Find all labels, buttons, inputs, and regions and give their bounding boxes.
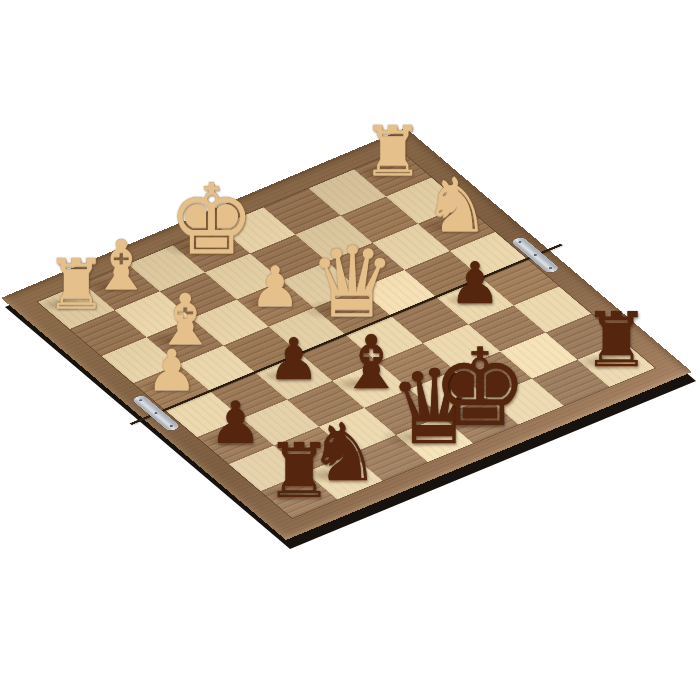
piece-white-rook-h1[interactable]: ♜ [46, 251, 107, 319]
piece-white-pawn-h4[interactable]: ♟ [146, 342, 197, 399]
piece-white-knight-a3[interactable]: ♞ [423, 168, 490, 242]
piece-black-pawn-h6[interactable]: ♟ [209, 395, 261, 453]
piece-white-king-e1[interactable]: ♚ [168, 172, 255, 269]
piece-black-pawn-f5[interactable]: ♟ [268, 331, 319, 388]
piece-white-queen-d4[interactable]: ♛ [309, 234, 396, 331]
piece-black-rook-a8[interactable]: ♜ [582, 303, 650, 379]
piece-white-pawn-e3[interactable]: ♟ [250, 259, 300, 315]
piece-black-king-d8[interactable]: ♚ [432, 334, 528, 441]
chess-board-photo: ♜♝♚♜♝♟♞♟♛♟♟♟♝♜♞♛♚♜ [0, 0, 700, 700]
piece-white-rook-a1[interactable]: ♜ [362, 119, 423, 187]
piece-black-knight-g8[interactable]: ♞ [308, 413, 380, 493]
piece-black-pawn-b5[interactable]: ♟ [449, 255, 500, 312]
